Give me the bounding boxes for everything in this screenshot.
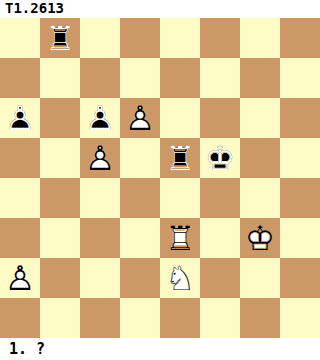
square-f8[interactable] — [200, 18, 240, 58]
square-c2[interactable] — [80, 258, 120, 298]
square-c5[interactable]: ♟♙ — [80, 138, 120, 178]
square-h3[interactable] — [280, 218, 320, 258]
square-g5[interactable] — [240, 138, 280, 178]
square-e6[interactable] — [160, 98, 200, 138]
square-a2[interactable]: ♟♙ — [0, 258, 40, 298]
puzzle-id: T1.2613 — [0, 0, 320, 18]
square-h7[interactable] — [280, 58, 320, 98]
square-a5[interactable] — [0, 138, 40, 178]
move-prompt: 1. ? — [0, 338, 320, 360]
square-a6[interactable]: ♟♙ — [0, 98, 40, 138]
white-pawn-outline: ♙ — [80, 138, 120, 178]
square-d7[interactable] — [120, 58, 160, 98]
square-g4[interactable] — [240, 178, 280, 218]
square-f4[interactable] — [200, 178, 240, 218]
square-h6[interactable] — [280, 98, 320, 138]
square-a3[interactable] — [0, 218, 40, 258]
square-b8[interactable]: ♜♖ — [40, 18, 80, 58]
square-c4[interactable] — [80, 178, 120, 218]
square-g2[interactable] — [240, 258, 280, 298]
square-d2[interactable] — [120, 258, 160, 298]
square-a8[interactable] — [0, 18, 40, 58]
white-knight-outline: ♘ — [160, 258, 200, 298]
square-f6[interactable] — [200, 98, 240, 138]
square-f1[interactable] — [200, 298, 240, 338]
square-e4[interactable] — [160, 178, 200, 218]
square-c3[interactable] — [80, 218, 120, 258]
square-b5[interactable] — [40, 138, 80, 178]
square-g3[interactable]: ♚♔ — [240, 218, 280, 258]
square-d8[interactable] — [120, 18, 160, 58]
square-h5[interactable] — [280, 138, 320, 178]
square-d4[interactable] — [120, 178, 160, 218]
square-f5[interactable]: ♚♔ — [200, 138, 240, 178]
square-e8[interactable] — [160, 18, 200, 58]
square-e1[interactable] — [160, 298, 200, 338]
square-c1[interactable] — [80, 298, 120, 338]
square-e2[interactable]: ♞♘ — [160, 258, 200, 298]
square-c7[interactable] — [80, 58, 120, 98]
square-f7[interactable] — [200, 58, 240, 98]
white-pawn-outline: ♙ — [120, 98, 160, 138]
square-h8[interactable] — [280, 18, 320, 58]
square-g7[interactable] — [240, 58, 280, 98]
square-e5[interactable]: ♜♖ — [160, 138, 200, 178]
square-h2[interactable] — [280, 258, 320, 298]
square-b1[interactable] — [40, 298, 80, 338]
black-rook-outline: ♖ — [40, 18, 80, 58]
square-a4[interactable] — [0, 178, 40, 218]
square-d5[interactable] — [120, 138, 160, 178]
square-a7[interactable] — [0, 58, 40, 98]
chess-board: ♜♖♟♙♟♙♟♙♟♙♜♖♚♔♜♖♚♔♟♙♞♘ — [0, 18, 320, 338]
square-b2[interactable] — [40, 258, 80, 298]
square-g8[interactable] — [240, 18, 280, 58]
black-pawn-outline: ♙ — [80, 98, 120, 138]
white-rook-outline: ♖ — [160, 218, 200, 258]
black-pawn-outline: ♙ — [0, 98, 40, 138]
square-b6[interactable] — [40, 98, 80, 138]
square-h1[interactable] — [280, 298, 320, 338]
white-king-outline: ♔ — [240, 218, 280, 258]
square-g6[interactable] — [240, 98, 280, 138]
square-d1[interactable] — [120, 298, 160, 338]
black-rook-outline: ♖ — [160, 138, 200, 178]
square-g1[interactable] — [240, 298, 280, 338]
square-f3[interactable] — [200, 218, 240, 258]
black-king-outline: ♔ — [200, 138, 240, 178]
white-pawn-outline: ♙ — [0, 258, 40, 298]
square-d6[interactable]: ♟♙ — [120, 98, 160, 138]
square-d3[interactable] — [120, 218, 160, 258]
square-b4[interactable] — [40, 178, 80, 218]
square-b7[interactable] — [40, 58, 80, 98]
square-c8[interactable] — [80, 18, 120, 58]
square-a1[interactable] — [0, 298, 40, 338]
square-e3[interactable]: ♜♖ — [160, 218, 200, 258]
square-c6[interactable]: ♟♙ — [80, 98, 120, 138]
square-e7[interactable] — [160, 58, 200, 98]
square-b3[interactable] — [40, 218, 80, 258]
square-h4[interactable] — [280, 178, 320, 218]
square-f2[interactable] — [200, 258, 240, 298]
